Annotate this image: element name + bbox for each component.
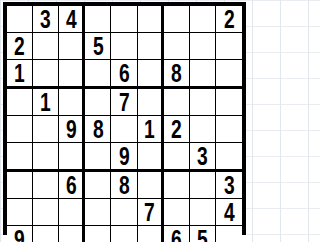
cell-r9c6[interactable] <box>138 226 164 242</box>
cell-r9c5[interactable] <box>111 226 137 242</box>
cell-r9c7[interactable]: 6 <box>164 226 190 242</box>
cell-r2c1[interactable]: 2 <box>7 33 33 60</box>
cell-r2c2[interactable] <box>33 33 59 60</box>
given-digit: 6 <box>119 60 130 86</box>
cell-r9c8[interactable]: 5 <box>190 226 216 242</box>
cell-r9c4[interactable] <box>85 226 111 242</box>
given-digit: 3 <box>224 172 235 198</box>
cell-r5c4[interactable]: 8 <box>85 116 111 143</box>
given-digit: 3 <box>40 6 51 32</box>
cell-r7c3[interactable]: 6 <box>59 172 85 199</box>
cell-r3c5[interactable]: 6 <box>111 60 137 89</box>
given-digit: 6 <box>171 226 182 242</box>
cell-r3c3[interactable] <box>59 60 85 89</box>
given-digit: 9 <box>14 226 25 242</box>
cell-r5c3[interactable]: 9 <box>59 116 85 143</box>
cell-r4c4[interactable] <box>85 89 111 116</box>
cell-r5c7[interactable]: 2 <box>164 116 190 143</box>
cell-r9c3[interactable] <box>59 226 85 242</box>
cell-r2c7[interactable] <box>164 33 190 60</box>
given-digit: 4 <box>65 6 76 32</box>
cell-r6c3[interactable] <box>59 143 85 172</box>
cell-r5c6[interactable]: 1 <box>138 116 164 143</box>
cell-r8c8[interactable] <box>190 199 216 226</box>
cell-r5c9[interactable] <box>216 116 242 143</box>
cell-r8c3[interactable] <box>59 199 85 226</box>
cell-r3c1[interactable]: 1 <box>7 60 33 89</box>
cell-r5c1[interactable] <box>7 116 33 143</box>
cell-r6c6[interactable] <box>138 143 164 172</box>
cell-r1c5[interactable] <box>111 6 137 33</box>
given-digit: 7 <box>119 89 130 115</box>
cell-r6c4[interactable] <box>85 143 111 172</box>
cell-r3c2[interactable] <box>33 60 59 89</box>
cell-r4c9[interactable] <box>216 89 242 116</box>
given-digit: 9 <box>119 143 130 169</box>
given-digit: 8 <box>171 60 182 86</box>
cell-r4c5[interactable]: 7 <box>111 89 137 116</box>
cell-r5c5[interactable] <box>111 116 137 143</box>
cell-r7c6[interactable] <box>138 172 164 199</box>
cell-r2c4[interactable]: 5 <box>85 33 111 60</box>
cell-r8c1[interactable] <box>7 199 33 226</box>
cell-r6c7[interactable] <box>164 143 190 172</box>
cell-r8c7[interactable] <box>164 199 190 226</box>
cell-r7c5[interactable]: 8 <box>111 172 137 199</box>
sudoku-board: 342251681798129368374965 <box>3 2 246 235</box>
given-digit: 9 <box>65 116 76 142</box>
given-digit: 7 <box>144 199 155 225</box>
cell-r1c7[interactable] <box>164 6 190 33</box>
cell-r3c4[interactable] <box>85 60 111 89</box>
cell-r8c6[interactable]: 7 <box>138 199 164 226</box>
cell-r4c1[interactable] <box>7 89 33 116</box>
cell-r2c8[interactable] <box>190 33 216 60</box>
cell-r9c1[interactable]: 9 <box>7 226 33 242</box>
cell-r3c6[interactable] <box>138 60 164 89</box>
cell-r8c9[interactable]: 4 <box>216 199 242 226</box>
cell-r2c9[interactable] <box>216 33 242 60</box>
cell-r1c4[interactable] <box>85 6 111 33</box>
cell-r3c9[interactable] <box>216 60 242 89</box>
cell-r5c8[interactable] <box>190 116 216 143</box>
cell-r4c8[interactable] <box>190 89 216 116</box>
cell-r7c2[interactable] <box>33 172 59 199</box>
cell-r6c1[interactable] <box>7 143 33 172</box>
cell-r9c9[interactable] <box>216 226 242 242</box>
cell-r3c8[interactable] <box>190 60 216 89</box>
cell-r1c3[interactable]: 4 <box>59 6 85 33</box>
cell-r2c5[interactable] <box>111 33 137 60</box>
given-digit: 8 <box>119 172 130 198</box>
given-digit: 1 <box>14 60 25 86</box>
cell-r6c2[interactable] <box>33 143 59 172</box>
cell-r4c7[interactable] <box>164 89 190 116</box>
given-digit: 8 <box>93 116 104 142</box>
cell-r8c2[interactable] <box>33 199 59 226</box>
given-digit: 5 <box>93 33 104 59</box>
cell-r3c7[interactable]: 8 <box>164 60 190 89</box>
cell-r5c2[interactable] <box>33 116 59 143</box>
given-digit: 3 <box>197 143 208 169</box>
cell-r1c1[interactable] <box>7 6 33 33</box>
given-digit: 6 <box>65 172 76 198</box>
given-digit: 1 <box>40 89 51 115</box>
cell-r6c5[interactable]: 9 <box>111 143 137 172</box>
cell-r9c2[interactable] <box>33 226 59 242</box>
cell-r7c1[interactable] <box>7 172 33 199</box>
cell-r2c6[interactable] <box>138 33 164 60</box>
cell-r7c4[interactable] <box>85 172 111 199</box>
cell-r6c9[interactable] <box>216 143 242 172</box>
cell-r2c3[interactable] <box>59 33 85 60</box>
cell-r4c3[interactable] <box>59 89 85 116</box>
cell-r1c8[interactable] <box>190 6 216 33</box>
cell-r1c9[interactable]: 2 <box>216 6 242 33</box>
given-digit: 2 <box>171 116 182 142</box>
given-digit: 2 <box>14 33 25 59</box>
cell-r8c4[interactable] <box>85 199 111 226</box>
cell-r6c8[interactable]: 3 <box>190 143 216 172</box>
cell-r4c2[interactable]: 1 <box>33 89 59 116</box>
given-digit: 2 <box>224 6 235 32</box>
cell-r4c6[interactable] <box>138 89 164 116</box>
given-digit: 1 <box>144 116 155 142</box>
given-digit: 5 <box>197 226 208 242</box>
cell-r8c5[interactable] <box>111 199 137 226</box>
cell-r1c2[interactable]: 3 <box>33 6 59 33</box>
given-digit: 4 <box>224 199 235 225</box>
cell-r7c7[interactable] <box>164 172 190 199</box>
cell-r7c9[interactable]: 3 <box>216 172 242 199</box>
cell-r7c8[interactable] <box>190 172 216 199</box>
cell-r1c6[interactable] <box>138 6 164 33</box>
